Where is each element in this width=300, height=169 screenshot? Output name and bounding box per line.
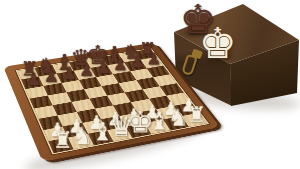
white-rook: ♜ — [49, 129, 77, 151]
board-grid: ♜♞♝♛♚♝♞♜♟♟♟♟♟♟♟♟♟♟♟♟♟♟♟♟♜♞♝♛♚♝♞♜ — [16, 48, 210, 154]
chess-set-photo: ♚ ♚ ♜♞♝♛♚♝♞♜♟♟♟♟♟♟♟♟♟♟♟♟♟♟♟♟♜♞♝♛♚♝♞♜ — [0, 0, 300, 169]
chess-board: ♜♞♝♛♚♝♞♜♟♟♟♟♟♟♟♟♟♟♟♟♟♟♟♟♜♞♝♛♚♝♞♜ — [3, 42, 220, 161]
dark-pawn: ♟ — [21, 71, 46, 88]
chess-board-scene: ♜♞♝♛♚♝♞♜♟♟♟♟♟♟♟♟♟♟♟♟♟♟♟♟♜♞♝♛♚♝♞♜ — [3, 0, 207, 169]
square-h4 — [159, 83, 183, 96]
square-a1: ♜ — [48, 137, 73, 153]
